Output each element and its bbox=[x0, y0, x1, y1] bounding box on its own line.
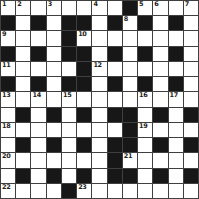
white-cell[interactable] bbox=[31, 184, 45, 198]
white-cell[interactable] bbox=[92, 169, 106, 183]
white-cell[interactable] bbox=[62, 62, 76, 76]
white-cell[interactable] bbox=[62, 108, 76, 122]
white-cell[interactable] bbox=[16, 31, 30, 45]
white-cell[interactable] bbox=[108, 31, 122, 45]
clue-number: 15 bbox=[63, 92, 71, 99]
white-cell[interactable] bbox=[169, 169, 183, 183]
black-cell bbox=[123, 169, 137, 183]
white-cell[interactable] bbox=[153, 62, 167, 76]
white-cell[interactable] bbox=[62, 153, 76, 167]
black-cell bbox=[77, 169, 91, 183]
clue-number: 2 bbox=[17, 1, 21, 8]
white-cell[interactable] bbox=[169, 62, 183, 76]
black-cell bbox=[31, 47, 45, 61]
white-cell[interactable] bbox=[153, 184, 167, 198]
white-cell[interactable] bbox=[77, 153, 91, 167]
white-cell[interactable]: 7 bbox=[184, 1, 198, 15]
white-cell[interactable] bbox=[92, 108, 106, 122]
black-cell bbox=[123, 108, 137, 122]
black-cell bbox=[77, 62, 91, 76]
white-cell[interactable]: 19 bbox=[138, 123, 152, 137]
white-cell[interactable] bbox=[92, 77, 106, 91]
black-cell bbox=[153, 138, 167, 152]
clue-number: 7 bbox=[185, 1, 189, 8]
white-cell[interactable] bbox=[108, 184, 122, 198]
black-cell bbox=[47, 138, 61, 152]
crossword-puzzle: 1234567891011121314151617181920212223 bbox=[0, 0, 199, 199]
black-cell bbox=[108, 138, 122, 152]
black-cell bbox=[77, 16, 91, 30]
white-cell[interactable] bbox=[16, 62, 30, 76]
white-cell[interactable]: 3 bbox=[47, 1, 61, 15]
black-cell bbox=[16, 169, 30, 183]
clue-number: 1 bbox=[2, 1, 6, 8]
white-cell[interactable] bbox=[153, 77, 167, 91]
white-cell[interactable]: 13 bbox=[1, 92, 15, 106]
white-cell[interactable] bbox=[184, 184, 198, 198]
white-cell[interactable] bbox=[62, 1, 76, 15]
black-cell bbox=[169, 77, 183, 91]
black-cell bbox=[77, 47, 91, 61]
black-cell bbox=[153, 169, 167, 183]
white-cell[interactable] bbox=[108, 1, 122, 15]
clue-number: 16 bbox=[139, 92, 147, 99]
white-cell[interactable] bbox=[138, 184, 152, 198]
white-cell[interactable] bbox=[92, 92, 106, 106]
white-cell[interactable]: 8 bbox=[123, 16, 137, 30]
white-cell[interactable] bbox=[138, 169, 152, 183]
clue-number: 18 bbox=[2, 123, 10, 130]
black-cell bbox=[77, 108, 91, 122]
white-cell[interactable] bbox=[92, 153, 106, 167]
white-cell[interactable] bbox=[169, 108, 183, 122]
white-cell[interactable] bbox=[1, 169, 15, 183]
white-cell[interactable] bbox=[47, 184, 61, 198]
black-cell bbox=[108, 47, 122, 61]
white-cell[interactable] bbox=[47, 31, 61, 45]
white-cell[interactable] bbox=[153, 123, 167, 137]
black-cell bbox=[16, 138, 30, 152]
white-cell[interactable] bbox=[153, 16, 167, 30]
white-cell[interactable] bbox=[47, 92, 61, 106]
white-cell[interactable] bbox=[31, 108, 45, 122]
white-cell[interactable] bbox=[16, 16, 30, 30]
white-cell[interactable] bbox=[62, 169, 76, 183]
white-cell[interactable] bbox=[62, 138, 76, 152]
white-cell[interactable]: 15 bbox=[62, 92, 76, 106]
white-cell[interactable] bbox=[92, 184, 106, 198]
white-cell[interactable]: 10 bbox=[77, 31, 91, 45]
black-cell bbox=[184, 138, 198, 152]
white-cell[interactable] bbox=[16, 184, 30, 198]
clue-number: 10 bbox=[78, 31, 86, 38]
white-cell[interactable]: 21 bbox=[123, 153, 137, 167]
clue-number: 21 bbox=[124, 153, 132, 160]
white-cell[interactable] bbox=[184, 92, 198, 106]
white-cell[interactable] bbox=[92, 138, 106, 152]
white-cell[interactable] bbox=[47, 16, 61, 30]
white-cell[interactable] bbox=[108, 62, 122, 76]
black-cell bbox=[1, 77, 15, 91]
white-cell[interactable] bbox=[123, 77, 137, 91]
white-cell[interactable]: 9 bbox=[1, 31, 15, 45]
white-cell[interactable] bbox=[31, 123, 45, 137]
white-cell[interactable] bbox=[77, 123, 91, 137]
white-cell[interactable]: 12 bbox=[92, 62, 106, 76]
black-cell bbox=[138, 47, 152, 61]
black-cell bbox=[77, 77, 91, 91]
black-cell bbox=[47, 108, 61, 122]
clue-number: 22 bbox=[2, 184, 10, 191]
white-cell[interactable] bbox=[77, 1, 91, 15]
clue-number: 19 bbox=[139, 123, 147, 130]
white-cell[interactable] bbox=[108, 123, 122, 137]
crossword-grid: 1234567891011121314151617181920212223 bbox=[0, 0, 199, 199]
white-cell[interactable] bbox=[16, 153, 30, 167]
black-cell bbox=[138, 16, 152, 30]
white-cell[interactable]: 2 bbox=[16, 1, 30, 15]
white-cell[interactable]: 1 bbox=[1, 1, 15, 15]
black-cell bbox=[16, 108, 30, 122]
black-cell bbox=[62, 31, 76, 45]
white-cell[interactable] bbox=[184, 77, 198, 91]
white-cell[interactable] bbox=[62, 123, 76, 137]
black-cell bbox=[1, 47, 15, 61]
black-cell bbox=[184, 169, 198, 183]
clue-number: 8 bbox=[124, 16, 128, 23]
white-cell[interactable] bbox=[169, 184, 183, 198]
clue-number: 6 bbox=[154, 1, 158, 8]
white-cell[interactable] bbox=[184, 153, 198, 167]
black-cell bbox=[184, 108, 198, 122]
white-cell[interactable] bbox=[184, 62, 198, 76]
white-cell[interactable] bbox=[123, 62, 137, 76]
white-cell[interactable] bbox=[47, 153, 61, 167]
white-cell[interactable]: 16 bbox=[138, 92, 152, 106]
black-cell bbox=[62, 16, 76, 30]
white-cell[interactable] bbox=[1, 108, 15, 122]
black-cell bbox=[108, 153, 122, 167]
clue-number: 11 bbox=[2, 62, 10, 69]
black-cell bbox=[31, 16, 45, 30]
black-cell bbox=[77, 138, 91, 152]
black-cell bbox=[62, 77, 76, 91]
white-cell[interactable] bbox=[47, 62, 61, 76]
black-cell bbox=[123, 138, 137, 152]
black-cell bbox=[31, 77, 45, 91]
white-cell[interactable] bbox=[153, 31, 167, 45]
black-cell bbox=[62, 184, 76, 198]
white-cell[interactable] bbox=[138, 138, 152, 152]
clue-number: 12 bbox=[93, 62, 101, 69]
white-cell[interactable]: 18 bbox=[1, 123, 15, 137]
black-cell bbox=[108, 16, 122, 30]
white-cell[interactable] bbox=[47, 47, 61, 61]
white-cell[interactable]: 17 bbox=[169, 92, 183, 106]
white-cell[interactable] bbox=[169, 153, 183, 167]
white-cell[interactable]: 23 bbox=[77, 184, 91, 198]
white-cell[interactable]: 22 bbox=[1, 184, 15, 198]
white-cell[interactable] bbox=[153, 92, 167, 106]
black-cell bbox=[47, 169, 61, 183]
white-cell[interactable] bbox=[169, 31, 183, 45]
white-cell[interactable] bbox=[138, 31, 152, 45]
black-cell bbox=[108, 77, 122, 91]
white-cell[interactable] bbox=[123, 31, 137, 45]
white-cell[interactable] bbox=[47, 77, 61, 91]
white-cell[interactable] bbox=[123, 92, 137, 106]
white-cell[interactable] bbox=[184, 31, 198, 45]
black-cell bbox=[138, 77, 152, 91]
clue-number: 23 bbox=[78, 184, 86, 191]
white-cell[interactable] bbox=[31, 31, 45, 45]
white-cell[interactable] bbox=[31, 1, 45, 15]
white-cell[interactable] bbox=[16, 92, 30, 106]
clue-number: 9 bbox=[2, 31, 6, 38]
white-cell[interactable] bbox=[16, 123, 30, 137]
clue-number: 13 bbox=[2, 92, 10, 99]
white-cell[interactable]: 20 bbox=[1, 153, 15, 167]
white-cell[interactable] bbox=[138, 153, 152, 167]
white-cell[interactable] bbox=[184, 47, 198, 61]
white-cell[interactable] bbox=[169, 123, 183, 137]
white-cell[interactable] bbox=[92, 123, 106, 137]
white-cell[interactable] bbox=[1, 138, 15, 152]
white-cell[interactable]: 14 bbox=[31, 92, 45, 106]
black-cell bbox=[123, 123, 137, 137]
white-cell[interactable] bbox=[138, 62, 152, 76]
white-cell[interactable]: 4 bbox=[92, 1, 106, 15]
white-cell[interactable]: 6 bbox=[153, 1, 167, 15]
clue-number: 5 bbox=[139, 1, 143, 8]
white-cell[interactable] bbox=[92, 16, 106, 30]
white-cell[interactable] bbox=[77, 92, 91, 106]
clue-number: 17 bbox=[170, 92, 178, 99]
black-cell bbox=[169, 47, 183, 61]
white-cell[interactable] bbox=[16, 47, 30, 61]
white-cell[interactable] bbox=[123, 47, 137, 61]
black-cell bbox=[169, 16, 183, 30]
black-cell bbox=[1, 16, 15, 30]
white-cell[interactable] bbox=[16, 77, 30, 91]
white-cell[interactable] bbox=[169, 138, 183, 152]
white-cell[interactable]: 5 bbox=[138, 1, 152, 15]
clue-number: 3 bbox=[48, 1, 52, 8]
black-cell bbox=[123, 1, 137, 15]
white-cell[interactable] bbox=[31, 153, 45, 167]
black-cell bbox=[153, 108, 167, 122]
black-cell bbox=[108, 108, 122, 122]
white-cell[interactable]: 11 bbox=[1, 62, 15, 76]
white-cell[interactable] bbox=[92, 31, 106, 45]
white-cell[interactable] bbox=[31, 62, 45, 76]
clue-number: 14 bbox=[32, 92, 40, 99]
white-cell[interactable] bbox=[92, 47, 106, 61]
clue-number: 20 bbox=[2, 153, 10, 160]
clue-number: 4 bbox=[93, 1, 97, 8]
white-cell[interactable] bbox=[184, 123, 198, 137]
white-cell[interactable] bbox=[184, 16, 198, 30]
black-cell bbox=[62, 47, 76, 61]
white-cell[interactable] bbox=[138, 108, 152, 122]
white-cell[interactable] bbox=[153, 47, 167, 61]
white-cell[interactable] bbox=[169, 1, 183, 15]
white-cell[interactable] bbox=[47, 123, 61, 137]
white-cell[interactable] bbox=[108, 92, 122, 106]
white-cell[interactable] bbox=[153, 153, 167, 167]
white-cell[interactable] bbox=[31, 169, 45, 183]
white-cell[interactable] bbox=[123, 184, 137, 198]
white-cell[interactable] bbox=[31, 138, 45, 152]
black-cell bbox=[108, 169, 122, 183]
